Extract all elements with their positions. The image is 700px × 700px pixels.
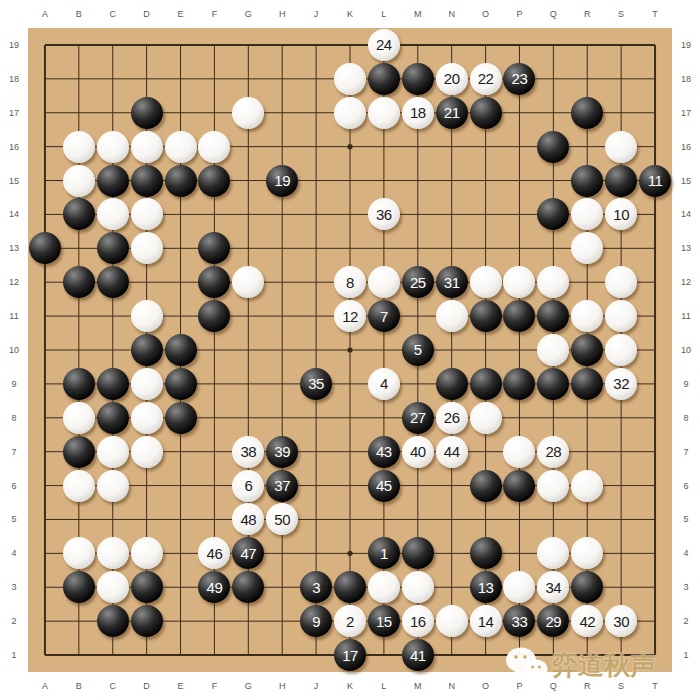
board-point-F14[interactable] xyxy=(197,197,231,231)
board-point-T3[interactable] xyxy=(638,570,672,604)
board-point-N13[interactable] xyxy=(435,231,469,265)
board-point-J15[interactable] xyxy=(299,164,333,198)
board-point-T16[interactable] xyxy=(638,130,672,164)
board-point-C3[interactable] xyxy=(96,570,130,604)
board-point-O1[interactable] xyxy=(469,638,503,672)
board-point-G5[interactable]: 48 xyxy=(231,503,265,537)
board-point-O17[interactable] xyxy=(469,96,503,130)
board-point-F9[interactable] xyxy=(197,367,231,401)
board-point-G16[interactable] xyxy=(231,130,265,164)
board-point-N1[interactable] xyxy=(435,638,469,672)
board-point-B12[interactable] xyxy=(62,265,96,299)
board-point-E3[interactable] xyxy=(164,570,198,604)
board-point-N12[interactable]: 31 xyxy=(435,265,469,299)
board-point-Q7[interactable]: 28 xyxy=(536,435,570,469)
board-point-T4[interactable] xyxy=(638,536,672,570)
board-point-B8[interactable] xyxy=(62,401,96,435)
board-point-B17[interactable] xyxy=(62,96,96,130)
board-point-E9[interactable] xyxy=(164,367,198,401)
board-point-D2[interactable] xyxy=(130,604,164,638)
board-point-L12[interactable] xyxy=(367,265,401,299)
board-point-N6[interactable] xyxy=(435,469,469,503)
board-point-K19[interactable] xyxy=(333,28,367,62)
board-point-N7[interactable]: 44 xyxy=(435,435,469,469)
board-point-A19[interactable] xyxy=(28,28,62,62)
board-point-P12[interactable] xyxy=(503,265,537,299)
board-point-S18[interactable] xyxy=(604,62,638,96)
board-point-F7[interactable] xyxy=(197,435,231,469)
board-point-J10[interactable] xyxy=(299,333,333,367)
board-point-J12[interactable] xyxy=(299,265,333,299)
board-point-D4[interactable] xyxy=(130,536,164,570)
board-point-Q11[interactable] xyxy=(536,299,570,333)
board-point-L14[interactable]: 36 xyxy=(367,197,401,231)
board-point-J17[interactable] xyxy=(299,96,333,130)
board-point-O4[interactable] xyxy=(469,536,503,570)
board-point-Q9[interactable] xyxy=(536,367,570,401)
board-point-O8[interactable] xyxy=(469,401,503,435)
board-point-J13[interactable] xyxy=(299,231,333,265)
board-point-Q8[interactable] xyxy=(536,401,570,435)
board-point-K8[interactable] xyxy=(333,401,367,435)
board-point-D16[interactable] xyxy=(130,130,164,164)
board-point-L4[interactable]: 1 xyxy=(367,536,401,570)
board-point-Q16[interactable] xyxy=(536,130,570,164)
board-point-P15[interactable] xyxy=(503,164,537,198)
board-point-D13[interactable] xyxy=(130,231,164,265)
board-point-B4[interactable] xyxy=(62,536,96,570)
board-point-P14[interactable] xyxy=(503,197,537,231)
board-point-D17[interactable] xyxy=(130,96,164,130)
board-point-B18[interactable] xyxy=(62,62,96,96)
board-point-F19[interactable] xyxy=(197,28,231,62)
board-point-O15[interactable] xyxy=(469,164,503,198)
board-point-F5[interactable] xyxy=(197,503,231,537)
board-point-T2[interactable] xyxy=(638,604,672,638)
board-point-M11[interactable] xyxy=(401,299,435,333)
board-point-D3[interactable] xyxy=(130,570,164,604)
board-point-T5[interactable] xyxy=(638,503,672,537)
board-point-Q18[interactable] xyxy=(536,62,570,96)
board-point-C11[interactable] xyxy=(96,299,130,333)
board-point-O18[interactable]: 22 xyxy=(469,62,503,96)
board-point-R9[interactable] xyxy=(570,367,604,401)
board-point-E14[interactable] xyxy=(164,197,198,231)
board-point-E2[interactable] xyxy=(164,604,198,638)
board-point-R3[interactable] xyxy=(570,570,604,604)
board-point-L11[interactable]: 7 xyxy=(367,299,401,333)
board-point-L15[interactable] xyxy=(367,164,401,198)
board-point-S12[interactable] xyxy=(604,265,638,299)
board-point-B9[interactable] xyxy=(62,367,96,401)
board-point-A10[interactable] xyxy=(28,333,62,367)
board-point-L2[interactable]: 15 xyxy=(367,604,401,638)
board-point-M14[interactable] xyxy=(401,197,435,231)
board-point-J3[interactable]: 3 xyxy=(299,570,333,604)
board-point-J11[interactable] xyxy=(299,299,333,333)
board-point-H2[interactable] xyxy=(265,604,299,638)
board-point-H6[interactable]: 37 xyxy=(265,469,299,503)
board-point-S16[interactable] xyxy=(604,130,638,164)
board-point-G18[interactable] xyxy=(231,62,265,96)
board-point-K3[interactable] xyxy=(333,570,367,604)
board-point-P5[interactable] xyxy=(503,503,537,537)
board-point-C12[interactable] xyxy=(96,265,130,299)
board-point-P13[interactable] xyxy=(503,231,537,265)
board-point-H9[interactable] xyxy=(265,367,299,401)
board-point-L3[interactable] xyxy=(367,570,401,604)
board-point-F16[interactable] xyxy=(197,130,231,164)
board-point-D5[interactable] xyxy=(130,503,164,537)
board-point-K13[interactable] xyxy=(333,231,367,265)
board-point-F8[interactable] xyxy=(197,401,231,435)
board-point-M4[interactable] xyxy=(401,536,435,570)
board-point-O12[interactable] xyxy=(469,265,503,299)
board-point-F12[interactable] xyxy=(197,265,231,299)
board-point-R19[interactable] xyxy=(570,28,604,62)
board-point-A3[interactable] xyxy=(28,570,62,604)
board-point-C19[interactable] xyxy=(96,28,130,62)
board-point-A7[interactable] xyxy=(28,435,62,469)
board-point-T12[interactable] xyxy=(638,265,672,299)
board-point-C5[interactable] xyxy=(96,503,130,537)
board-point-L1[interactable] xyxy=(367,638,401,672)
board-point-L18[interactable] xyxy=(367,62,401,96)
board-point-C15[interactable] xyxy=(96,164,130,198)
board-point-K4[interactable] xyxy=(333,536,367,570)
board-point-E18[interactable] xyxy=(164,62,198,96)
board-point-P9[interactable] xyxy=(503,367,537,401)
board-point-D1[interactable] xyxy=(130,638,164,672)
board-point-R12[interactable] xyxy=(570,265,604,299)
board-point-N2[interactable] xyxy=(435,604,469,638)
board-point-D19[interactable] xyxy=(130,28,164,62)
board-point-K17[interactable] xyxy=(333,96,367,130)
board-point-M5[interactable] xyxy=(401,503,435,537)
board-point-G8[interactable] xyxy=(231,401,265,435)
board-point-O5[interactable] xyxy=(469,503,503,537)
board-point-G11[interactable] xyxy=(231,299,265,333)
board-point-S3[interactable] xyxy=(604,570,638,604)
board-point-H14[interactable] xyxy=(265,197,299,231)
board-point-E15[interactable] xyxy=(164,164,198,198)
board-point-P8[interactable] xyxy=(503,401,537,435)
board-point-B15[interactable] xyxy=(62,164,96,198)
board-point-G2[interactable] xyxy=(231,604,265,638)
board-point-B14[interactable] xyxy=(62,197,96,231)
board-point-P10[interactable] xyxy=(503,333,537,367)
board-point-S7[interactable] xyxy=(604,435,638,469)
board-point-G17[interactable] xyxy=(231,96,265,130)
board-point-B19[interactable] xyxy=(62,28,96,62)
board-point-H12[interactable] xyxy=(265,265,299,299)
board-point-J9[interactable]: 35 xyxy=(299,367,333,401)
board-point-F11[interactable] xyxy=(197,299,231,333)
board-point-T6[interactable] xyxy=(638,469,672,503)
board-point-G19[interactable] xyxy=(231,28,265,62)
board-point-B11[interactable] xyxy=(62,299,96,333)
board-point-C14[interactable] xyxy=(96,197,130,231)
board-point-R8[interactable] xyxy=(570,401,604,435)
board-point-Q4[interactable] xyxy=(536,536,570,570)
board-point-T18[interactable] xyxy=(638,62,672,96)
board-point-A11[interactable] xyxy=(28,299,62,333)
board-point-L16[interactable] xyxy=(367,130,401,164)
board-point-S15[interactable] xyxy=(604,164,638,198)
board-point-F10[interactable] xyxy=(197,333,231,367)
board-point-D18[interactable] xyxy=(130,62,164,96)
board-point-T17[interactable] xyxy=(638,96,672,130)
board-point-A6[interactable] xyxy=(28,469,62,503)
board-point-D6[interactable] xyxy=(130,469,164,503)
board-point-N16[interactable] xyxy=(435,130,469,164)
board-point-R14[interactable] xyxy=(570,197,604,231)
board-point-Q13[interactable] xyxy=(536,231,570,265)
board-point-R7[interactable] xyxy=(570,435,604,469)
board-point-D11[interactable] xyxy=(130,299,164,333)
board-point-N18[interactable]: 20 xyxy=(435,62,469,96)
board-point-O9[interactable] xyxy=(469,367,503,401)
board-point-N9[interactable] xyxy=(435,367,469,401)
board-point-Q2[interactable]: 29 xyxy=(536,604,570,638)
board-point-K7[interactable] xyxy=(333,435,367,469)
board-point-A2[interactable] xyxy=(28,604,62,638)
board-point-D10[interactable] xyxy=(130,333,164,367)
board-point-M1[interactable]: 41 xyxy=(401,638,435,672)
board-point-M16[interactable] xyxy=(401,130,435,164)
board-point-J4[interactable] xyxy=(299,536,333,570)
board-point-K14[interactable] xyxy=(333,197,367,231)
board-point-M3[interactable] xyxy=(401,570,435,604)
board-point-H4[interactable] xyxy=(265,536,299,570)
board-point-Q10[interactable] xyxy=(536,333,570,367)
board-point-G12[interactable] xyxy=(231,265,265,299)
board-point-D15[interactable] xyxy=(130,164,164,198)
board-point-R15[interactable] xyxy=(570,164,604,198)
board-point-J19[interactable] xyxy=(299,28,333,62)
board-point-A5[interactable] xyxy=(28,503,62,537)
board-point-R18[interactable] xyxy=(570,62,604,96)
board-point-H19[interactable] xyxy=(265,28,299,62)
board-point-C2[interactable] xyxy=(96,604,130,638)
board-point-O3[interactable]: 13 xyxy=(469,570,503,604)
board-point-C8[interactable] xyxy=(96,401,130,435)
board-point-L19[interactable]: 24 xyxy=(367,28,401,62)
board-point-B3[interactable] xyxy=(62,570,96,604)
board-point-B10[interactable] xyxy=(62,333,96,367)
board-point-O13[interactable] xyxy=(469,231,503,265)
board-point-D12[interactable] xyxy=(130,265,164,299)
board-point-R11[interactable] xyxy=(570,299,604,333)
board-point-C1[interactable] xyxy=(96,638,130,672)
board-point-J1[interactable] xyxy=(299,638,333,672)
board-point-E5[interactable] xyxy=(164,503,198,537)
board-point-S11[interactable] xyxy=(604,299,638,333)
board-point-K1[interactable]: 17 xyxy=(333,638,367,672)
board-point-Q17[interactable] xyxy=(536,96,570,130)
board-point-H5[interactable]: 50 xyxy=(265,503,299,537)
board-point-R10[interactable] xyxy=(570,333,604,367)
board-point-L17[interactable] xyxy=(367,96,401,130)
board-point-G7[interactable]: 38 xyxy=(231,435,265,469)
board-point-T19[interactable] xyxy=(638,28,672,62)
board-point-S6[interactable] xyxy=(604,469,638,503)
board-point-G1[interactable] xyxy=(231,638,265,672)
board-point-S13[interactable] xyxy=(604,231,638,265)
board-point-G14[interactable] xyxy=(231,197,265,231)
board-point-A17[interactable] xyxy=(28,96,62,130)
board-point-R6[interactable] xyxy=(570,469,604,503)
board-point-L6[interactable]: 45 xyxy=(367,469,401,503)
board-point-N8[interactable]: 26 xyxy=(435,401,469,435)
board-point-O7[interactable] xyxy=(469,435,503,469)
board-point-Q12[interactable] xyxy=(536,265,570,299)
board-point-O2[interactable]: 14 xyxy=(469,604,503,638)
board-point-A1[interactable] xyxy=(28,638,62,672)
board-point-N15[interactable] xyxy=(435,164,469,198)
board-point-Q15[interactable] xyxy=(536,164,570,198)
board-point-G9[interactable] xyxy=(231,367,265,401)
board-point-J6[interactable] xyxy=(299,469,333,503)
board-point-K16[interactable] xyxy=(333,130,367,164)
board-point-B5[interactable] xyxy=(62,503,96,537)
board-point-K12[interactable]: 8 xyxy=(333,265,367,299)
board-point-H11[interactable] xyxy=(265,299,299,333)
board-point-F3[interactable]: 49 xyxy=(197,570,231,604)
board-point-B1[interactable] xyxy=(62,638,96,672)
board-point-O10[interactable] xyxy=(469,333,503,367)
board-point-E11[interactable] xyxy=(164,299,198,333)
board-point-L8[interactable] xyxy=(367,401,401,435)
board-point-A16[interactable] xyxy=(28,130,62,164)
board-point-M7[interactable]: 40 xyxy=(401,435,435,469)
board-point-E16[interactable] xyxy=(164,130,198,164)
board-point-G4[interactable]: 47 xyxy=(231,536,265,570)
board-point-M19[interactable] xyxy=(401,28,435,62)
board-point-T13[interactable] xyxy=(638,231,672,265)
board-point-A13[interactable] xyxy=(28,231,62,265)
board-point-H13[interactable] xyxy=(265,231,299,265)
board-point-M9[interactable] xyxy=(401,367,435,401)
board-point-N3[interactable] xyxy=(435,570,469,604)
board-point-T11[interactable] xyxy=(638,299,672,333)
board-point-T7[interactable] xyxy=(638,435,672,469)
board-point-S14[interactable]: 10 xyxy=(604,197,638,231)
board-point-Q6[interactable] xyxy=(536,469,570,503)
board-point-F18[interactable] xyxy=(197,62,231,96)
board-point-C10[interactable] xyxy=(96,333,130,367)
board-point-E4[interactable] xyxy=(164,536,198,570)
board-point-Q3[interactable]: 34 xyxy=(536,570,570,604)
board-point-T10[interactable] xyxy=(638,333,672,367)
board-point-H18[interactable] xyxy=(265,62,299,96)
board-point-D8[interactable] xyxy=(130,401,164,435)
board-point-P17[interactable] xyxy=(503,96,537,130)
board-point-A12[interactable] xyxy=(28,265,62,299)
board-point-R16[interactable] xyxy=(570,130,604,164)
board-point-C7[interactable] xyxy=(96,435,130,469)
board-point-Q19[interactable] xyxy=(536,28,570,62)
board-point-D7[interactable] xyxy=(130,435,164,469)
board-point-C13[interactable] xyxy=(96,231,130,265)
board-point-K9[interactable] xyxy=(333,367,367,401)
board-point-E12[interactable] xyxy=(164,265,198,299)
board-point-F13[interactable] xyxy=(197,231,231,265)
board-point-P6[interactable] xyxy=(503,469,537,503)
board-point-K2[interactable]: 2 xyxy=(333,604,367,638)
board-point-S10[interactable] xyxy=(604,333,638,367)
board-point-S9[interactable]: 32 xyxy=(604,367,638,401)
board-point-H7[interactable]: 39 xyxy=(265,435,299,469)
board-point-M15[interactable] xyxy=(401,164,435,198)
board-point-G6[interactable]: 6 xyxy=(231,469,265,503)
board-point-A15[interactable] xyxy=(28,164,62,198)
board-point-J16[interactable] xyxy=(299,130,333,164)
board-point-O16[interactable] xyxy=(469,130,503,164)
board-point-P11[interactable] xyxy=(503,299,537,333)
board-point-C16[interactable] xyxy=(96,130,130,164)
board-point-E13[interactable] xyxy=(164,231,198,265)
board-point-S2[interactable]: 30 xyxy=(604,604,638,638)
board-point-B6[interactable] xyxy=(62,469,96,503)
board-point-B7[interactable] xyxy=(62,435,96,469)
board-point-J8[interactable] xyxy=(299,401,333,435)
board-point-F6[interactable] xyxy=(197,469,231,503)
board-point-E19[interactable] xyxy=(164,28,198,62)
board-point-N4[interactable] xyxy=(435,536,469,570)
board-point-F4[interactable]: 46 xyxy=(197,536,231,570)
board-point-M12[interactable]: 25 xyxy=(401,265,435,299)
board-point-P7[interactable] xyxy=(503,435,537,469)
board-point-C6[interactable] xyxy=(96,469,130,503)
board-point-K11[interactable]: 12 xyxy=(333,299,367,333)
board-point-T15[interactable]: 11 xyxy=(638,164,672,198)
board-point-A9[interactable] xyxy=(28,367,62,401)
board-point-E7[interactable] xyxy=(164,435,198,469)
board-point-E6[interactable] xyxy=(164,469,198,503)
board-point-N19[interactable] xyxy=(435,28,469,62)
board-point-A8[interactable] xyxy=(28,401,62,435)
board-point-F15[interactable] xyxy=(197,164,231,198)
board-point-C17[interactable] xyxy=(96,96,130,130)
board-point-P3[interactable] xyxy=(503,570,537,604)
board-point-A18[interactable] xyxy=(28,62,62,96)
board-point-C4[interactable] xyxy=(96,536,130,570)
board-point-S8[interactable] xyxy=(604,401,638,435)
board-point-N14[interactable] xyxy=(435,197,469,231)
board-point-O11[interactable] xyxy=(469,299,503,333)
board-point-G3[interactable] xyxy=(231,570,265,604)
board-point-M8[interactable]: 27 xyxy=(401,401,435,435)
board-point-N11[interactable] xyxy=(435,299,469,333)
board-point-C9[interactable] xyxy=(96,367,130,401)
board-point-T14[interactable] xyxy=(638,197,672,231)
board-point-O19[interactable] xyxy=(469,28,503,62)
board-point-P4[interactable] xyxy=(503,536,537,570)
board-point-M10[interactable]: 5 xyxy=(401,333,435,367)
board-point-S19[interactable] xyxy=(604,28,638,62)
board-point-B13[interactable] xyxy=(62,231,96,265)
board-point-F2[interactable] xyxy=(197,604,231,638)
board-point-H16[interactable] xyxy=(265,130,299,164)
board-point-D9[interactable] xyxy=(130,367,164,401)
board-point-J5[interactable] xyxy=(299,503,333,537)
board-point-E10[interactable] xyxy=(164,333,198,367)
board-point-M13[interactable] xyxy=(401,231,435,265)
board-point-R13[interactable] xyxy=(570,231,604,265)
board-point-H8[interactable] xyxy=(265,401,299,435)
board-point-L5[interactable] xyxy=(367,503,401,537)
